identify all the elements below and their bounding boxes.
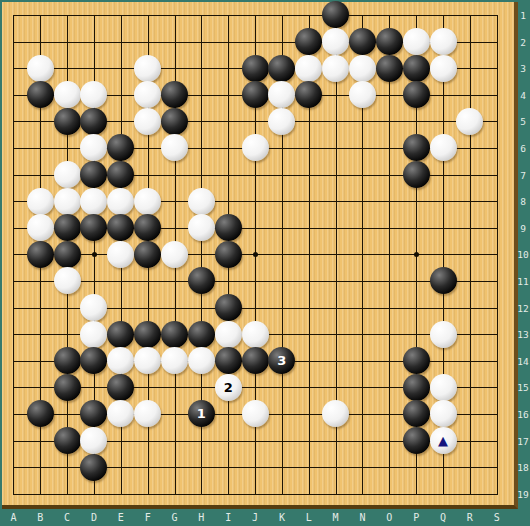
stone-black-E7 [107, 161, 134, 188]
stone-black-F10 [134, 241, 161, 268]
column-label-R: R [463, 512, 477, 524]
stone-white-D17 [80, 427, 107, 454]
row-label-13: 13 [516, 329, 530, 340]
stone-white-C8 [54, 188, 81, 215]
stone-black-P6 [403, 134, 430, 161]
stone-white-E8 [107, 188, 134, 215]
stone-white-D12 [80, 294, 107, 321]
stone-white-I15: 2 [215, 374, 242, 401]
star-point [253, 252, 258, 257]
stone-black-Q11 [430, 267, 457, 294]
stone-white-G14 [161, 347, 188, 374]
go-board[interactable]: 321▲ [2, 2, 518, 509]
stone-white-F3 [134, 55, 161, 82]
stone-black-B16 [27, 400, 54, 427]
stone-black-P14 [403, 347, 430, 374]
stone-black-K14: 3 [268, 347, 295, 374]
stone-white-C4 [54, 81, 81, 108]
stone-black-P7 [403, 161, 430, 188]
stone-white-N3 [349, 55, 376, 82]
row-label-1: 1 [516, 10, 530, 21]
stone-white-B8 [27, 188, 54, 215]
stone-white-N4 [349, 81, 376, 108]
stone-white-C7 [54, 161, 81, 188]
stone-black-G4 [161, 81, 188, 108]
stone-black-E9 [107, 214, 134, 241]
stone-white-R5 [456, 108, 483, 135]
column-label-G: G [168, 512, 182, 524]
row-label-16: 16 [516, 409, 530, 420]
row-label-8: 8 [516, 196, 530, 207]
stone-white-B9 [27, 214, 54, 241]
row-label-17: 17 [516, 436, 530, 447]
stone-black-D14 [80, 347, 107, 374]
row-label-6: 6 [516, 143, 530, 154]
stone-black-O2 [376, 28, 403, 55]
stone-white-H14 [188, 347, 215, 374]
stone-white-L3 [295, 55, 322, 82]
stone-white-F8 [134, 188, 161, 215]
row-label-11: 11 [516, 276, 530, 287]
column-label-D: D [87, 512, 101, 524]
column-label-B: B [33, 512, 47, 524]
stone-white-G6 [161, 134, 188, 161]
move-number-label: 2 [224, 381, 233, 394]
stone-black-C5 [54, 108, 81, 135]
stone-black-G13 [161, 321, 188, 348]
star-point [92, 252, 97, 257]
stone-black-C17 [54, 427, 81, 454]
stone-white-F14 [134, 347, 161, 374]
stone-black-D18 [80, 454, 107, 481]
stone-black-E6 [107, 134, 134, 161]
move-number-label: 3 [277, 354, 286, 367]
stone-black-H13 [188, 321, 215, 348]
stone-white-D6 [80, 134, 107, 161]
stone-black-G5 [161, 108, 188, 135]
stone-white-K5 [268, 108, 295, 135]
column-label-A: A [6, 512, 20, 524]
row-label-2: 2 [516, 37, 530, 48]
stone-white-K4 [268, 81, 295, 108]
stone-black-C15 [54, 374, 81, 401]
row-label-12: 12 [516, 303, 530, 314]
column-label-E: E [114, 512, 128, 524]
stone-white-E14 [107, 347, 134, 374]
stone-white-E16 [107, 400, 134, 427]
column-label-P: P [409, 512, 423, 524]
stone-black-C10 [54, 241, 81, 268]
stone-black-P16 [403, 400, 430, 427]
row-label-5: 5 [516, 116, 530, 127]
stone-black-P15 [403, 374, 430, 401]
column-label-O: O [382, 512, 396, 524]
stone-black-I9 [215, 214, 242, 241]
stone-white-G10 [161, 241, 188, 268]
column-label-K: K [275, 512, 289, 524]
stone-white-D4 [80, 81, 107, 108]
column-label-I: I [221, 512, 235, 524]
stone-white-Q6 [430, 134, 457, 161]
row-label-19: 19 [516, 489, 530, 500]
stone-black-B10 [27, 241, 54, 268]
row-label-9: 9 [516, 223, 530, 234]
stone-black-C14 [54, 347, 81, 374]
stone-black-J4 [242, 81, 269, 108]
stone-white-H8 [188, 188, 215, 215]
stone-black-E13 [107, 321, 134, 348]
stone-white-B3 [27, 55, 54, 82]
stone-black-P3 [403, 55, 430, 82]
row-label-18: 18 [516, 462, 530, 473]
grid-line-vertical [497, 15, 498, 495]
stone-black-B4 [27, 81, 54, 108]
stone-white-M16 [322, 400, 349, 427]
grid-line-vertical [389, 15, 390, 495]
column-label-M: M [329, 512, 343, 524]
stone-white-M2 [322, 28, 349, 55]
stone-black-I14 [215, 347, 242, 374]
column-label-L: L [302, 512, 316, 524]
column-label-C: C [60, 512, 74, 524]
stone-black-L2 [295, 28, 322, 55]
stone-white-C11 [54, 267, 81, 294]
column-label-H: H [194, 512, 208, 524]
stone-white-D13 [80, 321, 107, 348]
stone-white-M3 [322, 55, 349, 82]
stone-black-E15 [107, 374, 134, 401]
stone-black-F9 [134, 214, 161, 241]
stone-white-Q2 [430, 28, 457, 55]
stone-black-P17 [403, 427, 430, 454]
stone-black-F13 [134, 321, 161, 348]
stone-black-D5 [80, 108, 107, 135]
stone-white-Q16 [430, 400, 457, 427]
column-label-Q: Q [436, 512, 450, 524]
grid-line-vertical [470, 15, 471, 495]
stone-white-I13 [215, 321, 242, 348]
stone-black-H11 [188, 267, 215, 294]
stone-black-P4 [403, 81, 430, 108]
move-number-label: 1 [197, 407, 206, 420]
stone-white-J16 [242, 400, 269, 427]
go-board-frame: 321▲ ABCDEFGHIJKLMNOPQRS 123456789101112… [0, 0, 530, 526]
stone-white-F16 [134, 400, 161, 427]
stone-black-K3 [268, 55, 295, 82]
stone-black-I12 [215, 294, 242, 321]
stone-white-J13 [242, 321, 269, 348]
row-label-14: 14 [516, 356, 530, 367]
grid-line-horizontal [13, 281, 497, 282]
stone-white-F4 [134, 81, 161, 108]
row-label-7: 7 [516, 170, 530, 181]
stone-black-D9 [80, 214, 107, 241]
row-label-4: 4 [516, 90, 530, 101]
stone-black-L4 [295, 81, 322, 108]
stone-black-M1 [322, 1, 349, 28]
star-point [414, 252, 419, 257]
grid-line-horizontal [13, 494, 497, 495]
stone-white-Q15 [430, 374, 457, 401]
stone-white-P2 [403, 28, 430, 55]
stone-white-Q13 [430, 321, 457, 348]
stone-black-O3 [376, 55, 403, 82]
stone-black-C9 [54, 214, 81, 241]
stone-black-N2 [349, 28, 376, 55]
row-label-3: 3 [516, 63, 530, 74]
row-label-15: 15 [516, 382, 530, 393]
stone-black-I10 [215, 241, 242, 268]
stone-white-D8 [80, 188, 107, 215]
stone-white-Q3 [430, 55, 457, 82]
stone-black-D7 [80, 161, 107, 188]
stone-black-D16 [80, 400, 107, 427]
stone-white-H9 [188, 214, 215, 241]
stone-black-H16: 1 [188, 400, 215, 427]
stone-white-J6 [242, 134, 269, 161]
triangle-marker: ▲ [438, 434, 448, 447]
stone-white-E10 [107, 241, 134, 268]
stone-black-J3 [242, 55, 269, 82]
stone-white-F5 [134, 108, 161, 135]
column-label-S: S [490, 512, 504, 524]
stone-white-Q17: ▲ [430, 427, 457, 454]
row-label-10: 10 [516, 249, 530, 260]
column-label-F: F [141, 512, 155, 524]
stone-black-J14 [242, 347, 269, 374]
column-label-N: N [355, 512, 369, 524]
column-label-J: J [248, 512, 262, 524]
